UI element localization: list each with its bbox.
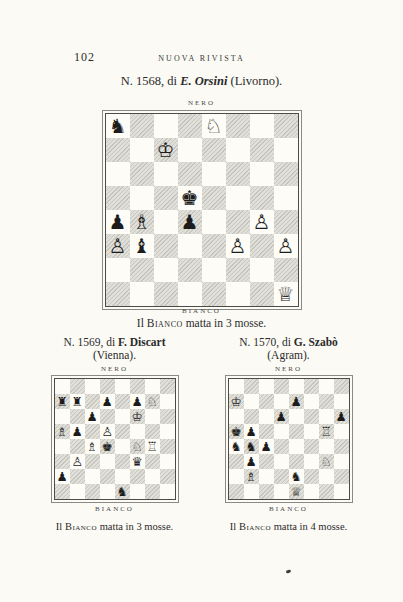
square-f7: ♟ (130, 394, 145, 409)
square-e2 (202, 258, 226, 282)
square-c7: ♔ (154, 138, 178, 162)
square-f7 (304, 394, 319, 409)
magazine-page: 102 NUOVA RIVISTA N. 1568, di E. Orsini … (0, 0, 403, 602)
square-d4: ♟ (178, 210, 202, 234)
piece-wR-g4: ♖ (145, 439, 160, 454)
square-e8 (115, 379, 130, 394)
square-g8 (319, 379, 334, 394)
sub-problems-section: N. 1569, di F. Discart (Vienna). NERO ♜♜… (0, 336, 403, 532)
square-h7 (334, 394, 349, 409)
square-h1 (334, 484, 349, 499)
square-h5 (334, 424, 349, 439)
square-b7 (130, 138, 154, 162)
square-a5 (106, 186, 130, 210)
main-board-bianco-label: BIANCO (0, 307, 403, 315)
square-a7 (106, 138, 130, 162)
problem-1569-location: (Vienna). (93, 349, 136, 361)
square-g2 (319, 469, 334, 484)
piece-wQ-e1: ♕ (289, 484, 304, 499)
problem-1570-title: N. 1570, di G. Szabò (Agram). (209, 336, 369, 362)
piece-wP-f3: ♙ (226, 234, 250, 258)
square-g7 (250, 138, 274, 162)
square-d5 (274, 424, 289, 439)
square-d3 (178, 234, 202, 258)
square-g4: ♙ (250, 210, 274, 234)
square-d8 (100, 379, 115, 394)
main-board-wrap: ♞♘♔♚♟♗♟♙♙♝♙♙♕ (0, 110, 403, 310)
square-h3 (160, 454, 175, 469)
piece-wN-e8: ♘ (202, 114, 226, 138)
square-c4: ♟ (259, 439, 274, 454)
piece-bK-d5: ♚ (178, 186, 202, 210)
piece-wP-h3: ♙ (274, 234, 298, 258)
square-h3: ♙ (274, 234, 298, 258)
square-g7: ♘ (145, 394, 160, 409)
square-c5 (154, 186, 178, 210)
piece-wK-a7: ♔ (229, 394, 244, 409)
square-e7 (115, 394, 130, 409)
square-f5 (226, 186, 250, 210)
square-c7 (259, 394, 274, 409)
piece-bP-a4: ♟ (106, 210, 130, 234)
square-e2 (115, 469, 130, 484)
square-g1 (250, 282, 274, 306)
square-f3: ♛ (130, 454, 145, 469)
square-g6 (319, 409, 334, 424)
square-b4: ♞ (244, 439, 259, 454)
square-d2 (100, 469, 115, 484)
square-a3 (55, 454, 70, 469)
square-e4 (289, 439, 304, 454)
piece-bP-b5: ♟ (70, 424, 85, 439)
main-board-frame: ♞♘♔♚♟♗♟♙♙♝♙♙♕ (102, 110, 302, 310)
square-h2 (160, 469, 175, 484)
piece-bN-e1: ♞ (115, 484, 130, 499)
square-a6 (55, 409, 70, 424)
square-a4: ♞ (229, 439, 244, 454)
square-b6 (70, 409, 85, 424)
square-b7 (244, 394, 259, 409)
square-b6 (130, 162, 154, 186)
scan-speck (286, 569, 292, 573)
board-1570-bianco-label: BIANCO (209, 505, 369, 513)
square-b2: ♗ (244, 469, 259, 484)
piece-wP-g4: ♙ (250, 210, 274, 234)
piece-wP-d5: ♙ (100, 424, 115, 439)
square-f3: ♙ (226, 234, 250, 258)
square-d4: ♚ (100, 439, 115, 454)
piece-wN-g7: ♘ (145, 394, 160, 409)
square-h8 (160, 379, 175, 394)
square-g3: ♘ (319, 454, 334, 469)
square-c4 (154, 210, 178, 234)
square-f2 (304, 469, 319, 484)
piece-bQ-f3: ♛ (130, 454, 145, 469)
piece-wN-g3: ♘ (319, 454, 334, 469)
square-a7: ♔ (229, 394, 244, 409)
square-a2 (106, 258, 130, 282)
square-e3 (289, 454, 304, 469)
square-g8 (250, 114, 274, 138)
square-d3 (274, 454, 289, 469)
square-h1 (160, 484, 175, 499)
square-e6 (202, 162, 226, 186)
square-b4 (70, 439, 85, 454)
chess-board-1569: ♜♜♟♟♘♟♔♗♟♙♗♚♘♖♙♛♟♞ (55, 379, 175, 499)
square-b3: ♟ (244, 454, 259, 469)
square-e7: ♟ (289, 394, 304, 409)
problem-1568-caption: Il Bianco matta in 3 mosse. (0, 317, 403, 329)
piece-wB-b2: ♗ (244, 469, 259, 484)
piece-wK-c7: ♔ (154, 138, 178, 162)
main-board-nero-label: NERO (0, 99, 403, 107)
square-c1 (85, 484, 100, 499)
chess-board-1568: ♞♘♔♚♟♗♟♙♙♝♙♙♕ (106, 114, 298, 306)
square-g4: ♖ (145, 439, 160, 454)
piece-bP-c6: ♟ (85, 409, 100, 424)
square-h8 (334, 379, 349, 394)
square-f4 (226, 210, 250, 234)
square-h5 (160, 424, 175, 439)
square-h3 (334, 454, 349, 469)
square-c3 (154, 234, 178, 258)
square-g5 (145, 424, 160, 439)
square-a7: ♜ (55, 394, 70, 409)
square-f6: ♔ (130, 409, 145, 424)
square-h5 (274, 186, 298, 210)
square-b8 (244, 379, 259, 394)
square-a8 (55, 379, 70, 394)
square-e4 (115, 439, 130, 454)
problem-1569-title: N. 1569, di F. Discart (Vienna). (35, 336, 195, 362)
piece-bP-d6: ♟ (274, 409, 289, 424)
square-c4: ♗ (85, 439, 100, 454)
square-d6 (178, 162, 202, 186)
square-g4 (319, 439, 334, 454)
piece-bP-a2: ♟ (55, 469, 70, 484)
board-1569-bianco-label: BIANCO (35, 505, 195, 513)
piece-bN-a4: ♞ (229, 439, 244, 454)
square-c5 (259, 424, 274, 439)
problem-1568-author: E. Orsini (180, 74, 227, 88)
square-g5 (250, 186, 274, 210)
square-b3: ♙ (70, 454, 85, 469)
square-g6 (145, 409, 160, 424)
square-h6 (274, 162, 298, 186)
square-h2 (334, 469, 349, 484)
square-b1 (70, 484, 85, 499)
board-1570-nero-label: NERO (209, 365, 369, 373)
square-a3 (229, 454, 244, 469)
square-g8 (145, 379, 160, 394)
square-h2 (274, 258, 298, 282)
board-1569-frame: ♜♜♟♟♘♟♔♗♟♙♗♚♘♖♙♛♟♞ (51, 375, 179, 503)
square-a4 (55, 439, 70, 454)
square-e6 (115, 409, 130, 424)
square-c3 (85, 454, 100, 469)
square-a1 (106, 282, 130, 306)
square-h7 (274, 138, 298, 162)
square-e3 (115, 454, 130, 469)
piece-bR-b7: ♜ (70, 394, 85, 409)
square-h1: ♕ (274, 282, 298, 306)
piece-bN-b4: ♞ (244, 439, 259, 454)
chess-board-1570: ♔♟♟♟♚♟♖♞♞♟♟♘♗♞♕ (229, 379, 349, 499)
square-b3: ♝ (130, 234, 154, 258)
square-d2 (178, 258, 202, 282)
square-b5: ♟ (70, 424, 85, 439)
square-b4: ♗ (130, 210, 154, 234)
piece-bB-b3: ♝ (130, 234, 154, 258)
square-a2 (229, 469, 244, 484)
square-e7 (202, 138, 226, 162)
piece-bN-e2: ♞ (289, 469, 304, 484)
piece-wB-a5: ♗ (55, 424, 70, 439)
square-f8 (304, 379, 319, 394)
piece-wK-f6: ♔ (130, 409, 145, 424)
square-f6 (304, 409, 319, 424)
square-a1 (55, 484, 70, 499)
square-a3: ♙ (106, 234, 130, 258)
square-c2 (85, 469, 100, 484)
square-d6: ♟ (274, 409, 289, 424)
square-h8 (274, 114, 298, 138)
square-f8 (130, 379, 145, 394)
square-b5: ♟ (244, 424, 259, 439)
square-g3 (250, 234, 274, 258)
square-b1 (130, 282, 154, 306)
square-c5 (85, 424, 100, 439)
square-f5 (304, 424, 319, 439)
square-a5: ♚ (229, 424, 244, 439)
piece-bP-d4: ♟ (178, 210, 202, 234)
square-f2 (226, 258, 250, 282)
square-d3 (100, 454, 115, 469)
problem-1568-number: N. 1568, di (121, 74, 180, 88)
piece-wB-c4: ♗ (85, 439, 100, 454)
piece-bP-d7: ♟ (100, 394, 115, 409)
square-e5 (202, 186, 226, 210)
square-c6 (154, 162, 178, 186)
square-b2 (130, 258, 154, 282)
problem-1568-location: (Livorno). (227, 74, 282, 88)
piece-bK-d4: ♚ (100, 439, 115, 454)
square-e1: ♕ (289, 484, 304, 499)
square-d2 (274, 469, 289, 484)
square-h4 (334, 439, 349, 454)
square-f2 (130, 469, 145, 484)
square-d5: ♚ (178, 186, 202, 210)
problem-1570-location: (Agram). (267, 349, 309, 361)
square-e3 (202, 234, 226, 258)
square-f8 (226, 114, 250, 138)
square-g7 (319, 394, 334, 409)
piece-bP-b5: ♟ (244, 424, 259, 439)
square-b8 (130, 114, 154, 138)
problem-1570-caption: Il Bianco matta in 4 mosse. (209, 521, 369, 532)
square-c1 (259, 484, 274, 499)
square-d1 (178, 282, 202, 306)
square-c7 (85, 394, 100, 409)
square-d6 (100, 409, 115, 424)
square-d8 (274, 379, 289, 394)
square-f4: ♘ (130, 439, 145, 454)
square-f1 (130, 484, 145, 499)
square-c8 (259, 379, 274, 394)
problem-1569-column: N. 1569, di F. Discart (Vienna). NERO ♜♜… (35, 336, 195, 532)
piece-wP-a3: ♙ (106, 234, 130, 258)
piece-bP-e7: ♟ (289, 394, 304, 409)
square-d5: ♙ (100, 424, 115, 439)
square-e6 (289, 409, 304, 424)
piece-wR-g5: ♖ (319, 424, 334, 439)
square-a1 (229, 484, 244, 499)
square-b2 (70, 469, 85, 484)
square-d1 (274, 484, 289, 499)
square-c8 (85, 379, 100, 394)
square-h4 (160, 439, 175, 454)
square-g1 (319, 484, 334, 499)
piece-bN-a8: ♞ (106, 114, 130, 138)
square-c8 (154, 114, 178, 138)
square-b1 (244, 484, 259, 499)
square-g2 (145, 469, 160, 484)
square-b8 (70, 379, 85, 394)
problem-1570-author: G. Szabò (294, 336, 338, 348)
journal-name: NUOVA RIVISTA (0, 54, 403, 63)
square-c2 (259, 469, 274, 484)
square-c1 (154, 282, 178, 306)
piece-wB-b4: ♗ (130, 210, 154, 234)
square-b7: ♜ (70, 394, 85, 409)
square-h6: ♟ (334, 409, 349, 424)
square-c2 (154, 258, 178, 282)
square-a2: ♟ (55, 469, 70, 484)
square-e1 (202, 282, 226, 306)
piece-wQ-h1: ♕ (274, 282, 298, 306)
square-h4 (274, 210, 298, 234)
problem-1569-caption: Il Bianco matta in 3 mosse. (35, 521, 195, 532)
square-d1 (100, 484, 115, 499)
problem-1568-title: N. 1568, di E. Orsini (Livorno). (0, 74, 403, 89)
piece-bP-b3: ♟ (244, 454, 259, 469)
square-e8 (289, 379, 304, 394)
square-g1 (145, 484, 160, 499)
square-c3 (259, 454, 274, 469)
square-b5 (130, 186, 154, 210)
board-1569-nero-label: NERO (35, 365, 195, 373)
square-d7 (178, 138, 202, 162)
square-a6 (229, 409, 244, 424)
square-f1 (304, 484, 319, 499)
square-f4 (304, 439, 319, 454)
square-e1: ♞ (115, 484, 130, 499)
piece-wN-f4: ♘ (130, 439, 145, 454)
piece-wP-b3: ♙ (70, 454, 85, 469)
square-g5: ♖ (319, 424, 334, 439)
square-f5 (130, 424, 145, 439)
square-h7 (160, 394, 175, 409)
square-f6 (226, 162, 250, 186)
square-h6 (160, 409, 175, 424)
square-a6 (106, 162, 130, 186)
square-d7 (274, 394, 289, 409)
square-f7 (226, 138, 250, 162)
square-g3 (145, 454, 160, 469)
square-f1 (226, 282, 250, 306)
piece-bP-c4: ♟ (259, 439, 274, 454)
square-d8 (178, 114, 202, 138)
square-a8: ♞ (106, 114, 130, 138)
square-e5 (115, 424, 130, 439)
square-e8: ♘ (202, 114, 226, 138)
square-b6 (244, 409, 259, 424)
board-1570-frame: ♔♟♟♟♚♟♖♞♞♟♟♘♗♞♕ (225, 375, 353, 503)
square-g6 (250, 162, 274, 186)
square-e4 (202, 210, 226, 234)
piece-bP-f7: ♟ (130, 394, 145, 409)
square-d4 (274, 439, 289, 454)
square-g2 (250, 258, 274, 282)
square-e5 (289, 424, 304, 439)
piece-bK-a5: ♚ (229, 424, 244, 439)
square-a8 (229, 379, 244, 394)
problem-1570-column: N. 1570, di G. Szabò (Agram). NERO ♔♟♟♟♚… (209, 336, 369, 532)
piece-bP-h6: ♟ (334, 409, 349, 424)
square-d7: ♟ (100, 394, 115, 409)
problem-1569-author: F. Discart (118, 336, 165, 348)
square-f3 (304, 454, 319, 469)
square-c6 (259, 409, 274, 424)
square-a5: ♗ (55, 424, 70, 439)
square-e2: ♞ (289, 469, 304, 484)
square-a4: ♟ (106, 210, 130, 234)
square-c6: ♟ (85, 409, 100, 424)
piece-bR-a7: ♜ (55, 394, 70, 409)
